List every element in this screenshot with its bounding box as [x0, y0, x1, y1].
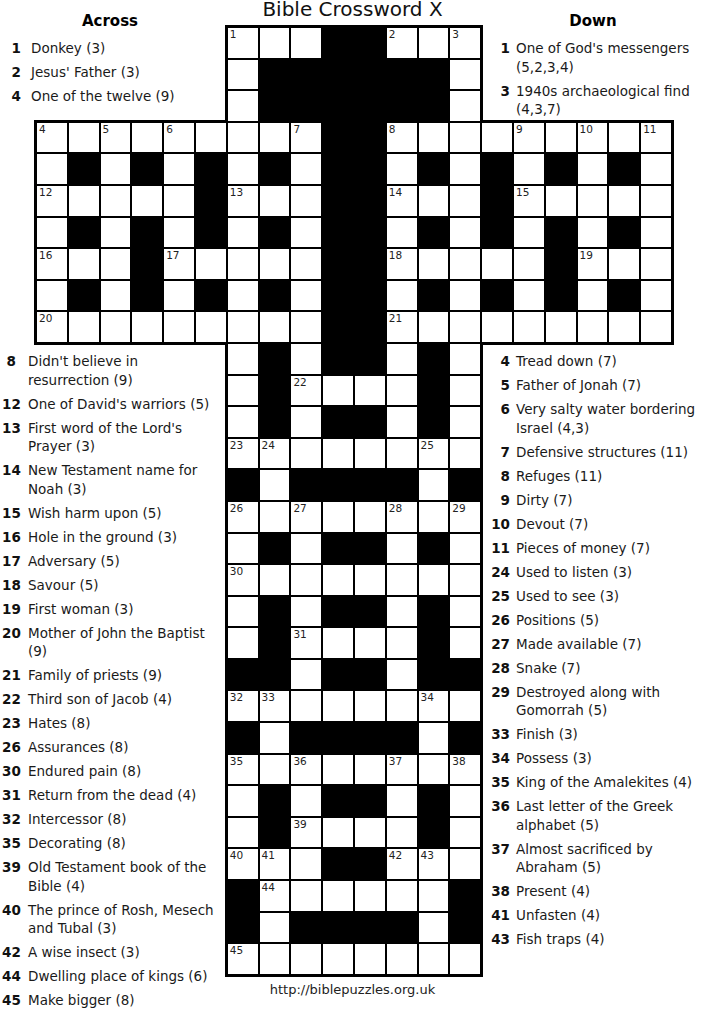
black-cell: [227, 912, 259, 944]
white-cell[interactable]: 7: [290, 122, 322, 154]
white-cell[interactable]: [449, 59, 481, 91]
white-cell[interactable]: [386, 817, 418, 849]
white-cell[interactable]: 16: [36, 248, 68, 280]
clue-text: Present (4): [516, 882, 702, 901]
clue-number: 17: [2, 552, 16, 571]
white-cell[interactable]: 15: [513, 185, 545, 217]
white-cell[interactable]: [259, 943, 291, 975]
black-cell: [418, 627, 450, 659]
white-cell[interactable]: [449, 848, 481, 880]
void-cell: [163, 59, 195, 91]
clue-text: Didn't believe in resurrection (9): [28, 352, 216, 389]
white-cell[interactable]: [513, 217, 545, 249]
white-cell[interactable]: [354, 754, 386, 786]
white-cell[interactable]: [418, 722, 450, 754]
clue-item: 28Snake (7): [484, 659, 702, 678]
black-cell: [608, 217, 640, 249]
clue-text: Wish harm upon (5): [28, 504, 216, 523]
white-cell[interactable]: [259, 27, 291, 59]
cell-clue-number: 11: [643, 123, 656, 136]
void-cell: [195, 90, 227, 122]
white-cell[interactable]: [577, 311, 609, 343]
white-cell[interactable]: [386, 627, 418, 659]
white-cell[interactable]: [100, 217, 132, 249]
white-cell[interactable]: [386, 153, 418, 185]
white-cell[interactable]: [418, 469, 450, 501]
white-cell[interactable]: 40: [227, 848, 259, 880]
white-cell[interactable]: [354, 375, 386, 407]
white-cell[interactable]: 41: [259, 848, 291, 880]
white-cell[interactable]: [418, 501, 450, 533]
white-cell[interactable]: [100, 311, 132, 343]
white-cell[interactable]: [322, 880, 354, 912]
white-cell[interactable]: [290, 659, 322, 691]
white-cell[interactable]: 34: [418, 690, 450, 722]
white-cell[interactable]: [259, 185, 291, 217]
clue-text: Made available (7): [516, 635, 702, 654]
white-cell[interactable]: [418, 754, 450, 786]
white-cell[interactable]: [640, 185, 672, 217]
white-cell[interactable]: [227, 122, 259, 154]
black-cell: [322, 848, 354, 880]
black-cell: [322, 406, 354, 438]
white-cell[interactable]: [290, 280, 322, 312]
white-cell[interactable]: 5: [100, 122, 132, 154]
black-cell: [322, 311, 354, 343]
black-cell: [481, 217, 513, 249]
white-cell[interactable]: 10: [577, 122, 609, 154]
clue-number: 30: [2, 762, 16, 781]
white-cell[interactable]: [259, 501, 291, 533]
white-cell[interactable]: [354, 943, 386, 975]
white-cell[interactable]: [36, 280, 68, 312]
white-cell[interactable]: [608, 311, 640, 343]
clue-number: 40: [2, 901, 16, 938]
white-cell[interactable]: [608, 122, 640, 154]
white-cell[interactable]: [449, 153, 481, 185]
white-cell[interactable]: [449, 185, 481, 217]
black-cell: [290, 90, 322, 122]
white-cell[interactable]: [290, 438, 322, 470]
white-cell[interactable]: [449, 817, 481, 849]
white-cell[interactable]: [386, 280, 418, 312]
clue-item: 24Used to listen (3): [484, 563, 702, 582]
clue-number: 1: [8, 39, 21, 58]
white-cell[interactable]: [259, 122, 291, 154]
clue-item: 6Very salty water bordering Israel (4,3): [484, 400, 702, 437]
white-cell[interactable]: [259, 311, 291, 343]
black-cell: [131, 248, 163, 280]
black-cell: [227, 722, 259, 754]
white-cell[interactable]: [259, 754, 291, 786]
white-cell[interactable]: [449, 217, 481, 249]
white-cell[interactable]: [449, 122, 481, 154]
white-cell[interactable]: [227, 153, 259, 185]
white-cell[interactable]: [227, 596, 259, 628]
clue-item: 11Pieces of money (7): [484, 539, 702, 558]
clue-text: Hates (8): [28, 714, 216, 733]
white-cell[interactable]: [449, 90, 481, 122]
white-cell[interactable]: [322, 438, 354, 470]
white-cell[interactable]: [449, 690, 481, 722]
white-cell[interactable]: 43: [418, 848, 450, 880]
white-cell[interactable]: [513, 280, 545, 312]
white-cell[interactable]: [449, 596, 481, 628]
white-cell[interactable]: [36, 153, 68, 185]
white-cell[interactable]: [354, 564, 386, 596]
clue-item: 8Refuges (11): [484, 467, 702, 486]
white-cell[interactable]: 21: [386, 311, 418, 343]
white-cell[interactable]: [290, 596, 322, 628]
clue-item: 29Destroyed along with Gomorrah (5): [484, 683, 702, 720]
white-cell[interactable]: [386, 406, 418, 438]
white-cell[interactable]: [290, 217, 322, 249]
white-cell[interactable]: 23: [227, 438, 259, 470]
void-cell: [608, 90, 640, 122]
white-cell[interactable]: 28: [386, 501, 418, 533]
white-cell[interactable]: 14: [386, 185, 418, 217]
black-cell: [354, 533, 386, 565]
white-cell[interactable]: [418, 311, 450, 343]
white-cell[interactable]: [449, 564, 481, 596]
white-cell[interactable]: [449, 406, 481, 438]
black-cell: [131, 153, 163, 185]
white-cell[interactable]: [386, 943, 418, 975]
white-cell[interactable]: [227, 406, 259, 438]
black-cell: [322, 248, 354, 280]
white-cell[interactable]: [354, 438, 386, 470]
clue-item: 35King of the Amalekites (4): [484, 773, 702, 792]
white-cell[interactable]: [640, 217, 672, 249]
cell-clue-number: 19: [580, 249, 593, 262]
white-cell[interactable]: [449, 943, 481, 975]
white-cell[interactable]: [608, 185, 640, 217]
white-cell[interactable]: [100, 153, 132, 185]
white-cell[interactable]: [386, 564, 418, 596]
white-cell[interactable]: [481, 122, 513, 154]
white-cell[interactable]: [354, 690, 386, 722]
white-cell[interactable]: [290, 311, 322, 343]
white-cell[interactable]: [227, 785, 259, 817]
clue-item: 38Present (4): [484, 882, 702, 901]
black-cell: [259, 533, 291, 565]
clue-item: 13First word of the Lord's Prayer (3): [2, 419, 216, 456]
white-cell[interactable]: 45: [227, 943, 259, 975]
black-cell: [227, 659, 259, 691]
white-cell[interactable]: [386, 659, 418, 691]
white-cell[interactable]: [195, 248, 227, 280]
clue-text: Father of Jonah (7): [516, 376, 702, 395]
white-cell[interactable]: 37: [386, 754, 418, 786]
white-cell[interactable]: 29: [449, 501, 481, 533]
white-cell[interactable]: [259, 469, 291, 501]
white-cell[interactable]: [354, 817, 386, 849]
white-cell[interactable]: 8: [386, 122, 418, 154]
white-cell[interactable]: [259, 248, 291, 280]
clue-number: 4: [8, 87, 21, 106]
white-cell[interactable]: [227, 311, 259, 343]
white-cell[interactable]: [290, 564, 322, 596]
clue-number: 43: [484, 930, 510, 949]
white-cell[interactable]: [418, 880, 450, 912]
white-cell[interactable]: [100, 185, 132, 217]
white-cell[interactable]: 25: [418, 438, 450, 470]
void-cell: [195, 59, 227, 91]
clue-number: 14: [2, 461, 16, 498]
white-cell[interactable]: [354, 880, 386, 912]
white-cell[interactable]: [322, 817, 354, 849]
white-cell[interactable]: [227, 375, 259, 407]
white-cell[interactable]: [322, 501, 354, 533]
white-cell[interactable]: [322, 375, 354, 407]
white-cell[interactable]: [418, 248, 450, 280]
white-cell[interactable]: [418, 27, 450, 59]
white-cell[interactable]: [449, 785, 481, 817]
white-cell[interactable]: [227, 533, 259, 565]
cell-clue-number: 41: [262, 849, 275, 862]
white-cell[interactable]: [449, 375, 481, 407]
void-cell: [481, 59, 513, 91]
white-cell[interactable]: [163, 217, 195, 249]
clue-text: Decorating (8): [28, 834, 216, 853]
white-cell[interactable]: [227, 217, 259, 249]
black-cell: [259, 153, 291, 185]
white-cell[interactable]: [227, 817, 259, 849]
white-cell[interactable]: 44: [259, 880, 291, 912]
white-cell[interactable]: [322, 690, 354, 722]
white-cell[interactable]: [290, 343, 322, 375]
white-cell[interactable]: [449, 280, 481, 312]
white-cell[interactable]: [195, 122, 227, 154]
black-cell: [386, 90, 418, 122]
cell-clue-number: 33: [262, 691, 275, 704]
white-cell[interactable]: [386, 217, 418, 249]
black-cell: [418, 533, 450, 565]
white-cell[interactable]: [227, 59, 259, 91]
white-cell[interactable]: [68, 248, 100, 280]
white-cell[interactable]: [227, 248, 259, 280]
white-cell[interactable]: [640, 248, 672, 280]
white-cell[interactable]: 32: [227, 690, 259, 722]
void-cell: [608, 27, 640, 59]
white-cell[interactable]: 11: [640, 122, 672, 154]
white-cell[interactable]: [418, 564, 450, 596]
white-cell[interactable]: [577, 153, 609, 185]
white-cell[interactable]: [259, 722, 291, 754]
white-cell[interactable]: [449, 248, 481, 280]
clue-number: 21: [2, 666, 16, 685]
white-cell[interactable]: [131, 185, 163, 217]
white-cell[interactable]: [195, 311, 227, 343]
cell-clue-number: 2: [389, 28, 396, 41]
clue-text: Family of priests (9): [28, 666, 216, 685]
clue-number: 27: [484, 635, 510, 654]
white-cell[interactable]: [386, 438, 418, 470]
white-cell[interactable]: [449, 627, 481, 659]
white-cell[interactable]: [545, 185, 577, 217]
white-cell[interactable]: [640, 153, 672, 185]
white-cell[interactable]: [481, 311, 513, 343]
black-cell: [322, 659, 354, 691]
white-cell[interactable]: [68, 311, 100, 343]
clue-text: Dirty (7): [516, 491, 702, 510]
white-cell[interactable]: [290, 153, 322, 185]
white-cell[interactable]: 27: [290, 501, 322, 533]
white-cell[interactable]: [545, 311, 577, 343]
white-cell[interactable]: [608, 248, 640, 280]
white-cell[interactable]: [163, 280, 195, 312]
black-cell: [131, 217, 163, 249]
white-cell[interactable]: [290, 27, 322, 59]
white-cell[interactable]: 17: [163, 248, 195, 280]
void-cell: [163, 27, 195, 59]
white-cell[interactable]: 13: [227, 185, 259, 217]
white-cell[interactable]: 2: [386, 27, 418, 59]
clue-item: 19First woman (3): [2, 600, 216, 619]
white-cell[interactable]: [449, 533, 481, 565]
clue-item: 33Finish (3): [484, 725, 702, 744]
white-cell[interactable]: [386, 533, 418, 565]
white-cell[interactable]: 22: [290, 375, 322, 407]
cell-clue-number: 14: [389, 186, 402, 199]
white-cell[interactable]: [386, 343, 418, 375]
white-cell[interactable]: [322, 564, 354, 596]
clue-text: Used to listen (3): [516, 563, 702, 582]
white-cell[interactable]: 24: [259, 438, 291, 470]
white-cell[interactable]: [36, 217, 68, 249]
white-cell[interactable]: [290, 533, 322, 565]
white-cell[interactable]: [100, 248, 132, 280]
black-cell: [290, 722, 322, 754]
white-cell[interactable]: [259, 912, 291, 944]
white-cell[interactable]: [290, 185, 322, 217]
white-cell[interactable]: 18: [386, 248, 418, 280]
white-cell[interactable]: [354, 501, 386, 533]
white-cell[interactable]: 6: [163, 122, 195, 154]
white-cell[interactable]: [290, 943, 322, 975]
white-cell[interactable]: [513, 248, 545, 280]
white-cell[interactable]: [354, 627, 386, 659]
black-cell: [418, 659, 450, 691]
white-cell[interactable]: [545, 122, 577, 154]
cell-clue-number: 20: [39, 312, 52, 325]
white-cell[interactable]: [449, 311, 481, 343]
white-cell[interactable]: [640, 280, 672, 312]
clue-number: 13: [2, 419, 16, 456]
white-cell[interactable]: 39: [290, 817, 322, 849]
void-cell: [640, 27, 672, 59]
black-cell: [608, 280, 640, 312]
white-cell[interactable]: [386, 785, 418, 817]
white-cell[interactable]: [322, 754, 354, 786]
black-cell: [481, 185, 513, 217]
white-cell[interactable]: [577, 280, 609, 312]
white-cell[interactable]: [449, 343, 481, 375]
clue-text: Used to see (3): [516, 587, 702, 606]
white-cell[interactable]: [513, 311, 545, 343]
white-cell[interactable]: [290, 406, 322, 438]
white-cell[interactable]: 31: [290, 627, 322, 659]
clue-number: 19: [2, 600, 16, 619]
white-cell[interactable]: [577, 217, 609, 249]
white-cell[interactable]: 3: [449, 27, 481, 59]
white-cell[interactable]: [290, 690, 322, 722]
white-cell[interactable]: [418, 912, 450, 944]
white-cell[interactable]: 42: [386, 848, 418, 880]
white-cell[interactable]: [449, 438, 481, 470]
white-cell[interactable]: [640, 311, 672, 343]
white-cell[interactable]: 35: [227, 754, 259, 786]
black-cell: [418, 375, 450, 407]
white-cell[interactable]: 4: [36, 122, 68, 154]
white-cell[interactable]: [386, 880, 418, 912]
white-cell[interactable]: 9: [513, 122, 545, 154]
white-cell[interactable]: 1: [227, 27, 259, 59]
white-cell[interactable]: [290, 848, 322, 880]
white-cell[interactable]: 19: [577, 248, 609, 280]
clue-item: 36Last letter of the Greek alphabet (5): [484, 797, 702, 834]
white-cell[interactable]: [227, 280, 259, 312]
white-cell[interactable]: 36: [290, 754, 322, 786]
white-cell[interactable]: [290, 880, 322, 912]
white-cell[interactable]: [131, 311, 163, 343]
white-cell[interactable]: [481, 248, 513, 280]
white-cell[interactable]: [163, 311, 195, 343]
white-cell[interactable]: 12: [36, 185, 68, 217]
black-cell: [354, 59, 386, 91]
cell-clue-number: 21: [389, 312, 402, 325]
white-cell[interactable]: [322, 627, 354, 659]
white-cell[interactable]: [227, 343, 259, 375]
white-cell[interactable]: 26: [227, 501, 259, 533]
black-cell: [354, 722, 386, 754]
white-cell[interactable]: [322, 943, 354, 975]
white-cell[interactable]: 38: [449, 754, 481, 786]
white-cell[interactable]: [513, 153, 545, 185]
white-cell[interactable]: [418, 943, 450, 975]
white-cell[interactable]: [227, 627, 259, 659]
black-cell: [322, 59, 354, 91]
black-cell: [259, 406, 291, 438]
white-cell[interactable]: [163, 153, 195, 185]
black-cell: [259, 785, 291, 817]
white-cell[interactable]: [386, 375, 418, 407]
white-cell[interactable]: [100, 280, 132, 312]
white-cell[interactable]: [418, 185, 450, 217]
white-cell[interactable]: [290, 248, 322, 280]
white-cell[interactable]: [259, 564, 291, 596]
cell-clue-number: 6: [166, 123, 173, 136]
black-cell: [418, 817, 450, 849]
white-cell[interactable]: [227, 90, 259, 122]
white-cell[interactable]: 30: [227, 564, 259, 596]
white-cell[interactable]: 33: [259, 690, 291, 722]
clue-number: 4: [484, 352, 510, 371]
clue-text: King of the Amalekites (4): [516, 773, 702, 792]
white-cell[interactable]: 20: [36, 311, 68, 343]
white-cell[interactable]: [163, 185, 195, 217]
white-cell[interactable]: [386, 690, 418, 722]
black-cell: [290, 59, 322, 91]
white-cell[interactable]: [290, 785, 322, 817]
white-cell[interactable]: [418, 122, 450, 154]
white-cell[interactable]: [131, 122, 163, 154]
clue-item: 39Old Testament book of the Bible (4): [2, 858, 216, 895]
white-cell[interactable]: [68, 185, 100, 217]
white-cell[interactable]: [386, 596, 418, 628]
white-cell[interactable]: [68, 122, 100, 154]
white-cell[interactable]: [577, 185, 609, 217]
